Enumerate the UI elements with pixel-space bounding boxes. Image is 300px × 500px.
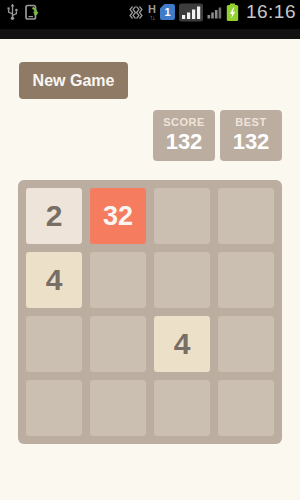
signal-bars-icon bbox=[207, 3, 222, 21]
status-bar-left bbox=[6, 3, 42, 21]
empty-cell bbox=[154, 252, 210, 308]
empty-cell bbox=[218, 316, 274, 372]
status-bar: H ↑↓ 1 bbox=[0, 0, 300, 39]
best-label: BEST bbox=[235, 116, 266, 129]
battery-icon bbox=[226, 3, 239, 22]
tile-2: 2 bbox=[26, 188, 82, 244]
best-box: BEST 132 bbox=[220, 110, 282, 161]
best-value: 132 bbox=[233, 129, 270, 154]
tile-32: 32 bbox=[90, 188, 146, 244]
empty-cell bbox=[26, 380, 82, 436]
empty-cell bbox=[90, 316, 146, 372]
empty-cell bbox=[218, 252, 274, 308]
board[interactable]: 23244 bbox=[18, 180, 282, 444]
scoreboard: SCORE 132 BEST 132 bbox=[153, 110, 282, 161]
score-box: SCORE 132 bbox=[153, 110, 215, 161]
empty-cell bbox=[90, 380, 146, 436]
empty-cell bbox=[154, 380, 210, 436]
empty-cell bbox=[26, 316, 82, 372]
empty-cell bbox=[154, 188, 210, 244]
signal-bars-boxed-icon bbox=[179, 3, 203, 22]
sim1-badge: 1 bbox=[160, 4, 175, 20]
score-label: SCORE bbox=[163, 116, 205, 129]
tile-4: 4 bbox=[154, 316, 210, 372]
empty-cell bbox=[90, 252, 146, 308]
network-updown-arrows: ↑↓ bbox=[149, 14, 154, 21]
empty-cell bbox=[218, 188, 274, 244]
usb-icon bbox=[6, 3, 19, 21]
clock-time: 16:16 bbox=[246, 1, 296, 23]
vibrate-icon bbox=[128, 5, 144, 20]
empty-cell bbox=[218, 380, 274, 436]
network-h-icon: H ↑↓ bbox=[148, 4, 156, 21]
screen-rotation-icon bbox=[23, 3, 42, 21]
new-game-button[interactable]: New Game bbox=[19, 62, 128, 99]
score-value: 132 bbox=[166, 129, 203, 154]
status-bar-right: H ↑↓ 1 bbox=[128, 1, 296, 23]
status-bar-row: H ↑↓ 1 bbox=[0, 0, 300, 23]
tile-4: 4 bbox=[26, 252, 82, 308]
